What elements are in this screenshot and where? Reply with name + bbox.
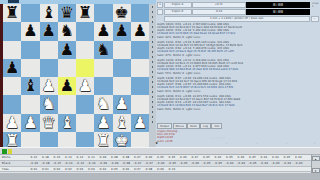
square-h6[interactable] — [131, 41, 149, 59]
table-cell: -0.09 — [109, 161, 121, 166]
table-cell: 0:01 — [40, 167, 52, 172]
table-cell: 0.07 — [132, 155, 144, 160]
square-b8[interactable] — [21, 4, 39, 22]
square-g2[interactable]: ♝ — [113, 114, 131, 132]
square-b6[interactable] — [21, 41, 39, 59]
black-pawn-c7[interactable]: ♟ — [41, 22, 55, 40]
table-cell: 0:02 — [51, 167, 63, 172]
table-cell: 0:03 — [74, 167, 86, 172]
analysis-line: hash: 64% tbhits: 0 egtb: none — [157, 108, 317, 111]
square-h5[interactable] — [131, 59, 149, 77]
table-cell: 0:03 — [86, 167, 98, 172]
square-g7[interactable]: ♟ — [113, 22, 131, 40]
white-queen-c2[interactable]: ♛ — [41, 114, 55, 132]
table-cell: 0:10 — [166, 167, 178, 172]
black-knight-d7[interactable]: ♞ — [60, 22, 74, 40]
square-g3[interactable]: ♟ — [113, 95, 131, 113]
black-pawn-d4[interactable]: ♟ — [60, 77, 74, 95]
square-g6[interactable] — [113, 41, 131, 59]
white-pawn-e4[interactable]: ♟ — [78, 77, 92, 95]
square-e4[interactable]: ♟ — [76, 77, 94, 95]
table-cell: -0.05 — [178, 161, 190, 166]
black-pawn-f7[interactable]: ♟ — [96, 22, 110, 40]
table-cell: -0.18 — [40, 161, 52, 166]
table-cell: -0.04 — [235, 161, 247, 166]
tab-output[interactable]: Output — [157, 123, 172, 129]
square-f7[interactable]: ♟ — [94, 22, 112, 40]
table-cell: 0.08 — [109, 155, 121, 160]
table-cell: 0.05 — [155, 155, 167, 160]
pointer-triangle-icon: ▸ — [156, 141, 158, 145]
status-bar: ▮▮ 0:00game 3 of 10024. ... e5xd4 +0.05/… — [0, 147, 320, 155]
table-cell: 0:06 — [120, 167, 132, 172]
bottom-strip — [0, 173, 320, 180]
status-green-icon — [2, 149, 7, 154]
square-f2[interactable]: ♟ — [94, 114, 112, 132]
square-b4[interactable]: ♝ — [21, 77, 39, 95]
engine-panel: x Engine A Engine B +0.21 -0.18 0:00 0:0… — [156, 0, 320, 147]
table-cell: 0:08 — [143, 167, 155, 172]
engine2-name: Engine B — [164, 9, 192, 16]
square-f4[interactable] — [94, 77, 112, 95]
square-f6[interactable]: ♞ — [94, 41, 112, 59]
row-label: Time — [0, 167, 28, 172]
engine2-eval: -0.18 — [192, 9, 246, 16]
table-cell: 0.08 — [120, 155, 132, 160]
engine1-name: Engine A — [164, 2, 192, 9]
table-cell — [189, 167, 201, 172]
square-e7[interactable] — [76, 22, 94, 40]
table-cell: -0.20 — [28, 161, 40, 166]
engine-output-log[interactable]: depth 10/29 0:01 +0.21 4.567.890 nodes 8… — [157, 23, 317, 123]
table-cell: 0:09 — [155, 167, 167, 172]
square-e3[interactable] — [76, 95, 94, 113]
table-cell: 0.05 — [166, 155, 178, 160]
table-cell: -0.04 — [281, 161, 293, 166]
square-a3[interactable] — [3, 95, 21, 113]
white-pawn-a2[interactable]: ♟ — [5, 114, 19, 132]
square-b3[interactable] — [21, 95, 39, 113]
chessgui-screen: ♜♝♛♜♚♟♟♞♟♟♟♟♞♟♝♟♟♟♞♞♟♟♟♛♝♟♝♟♜♜♚ x Engine… — [0, 0, 320, 180]
table-cell — [281, 167, 293, 172]
table-cell: -0.10 — [86, 161, 98, 166]
square-d2[interactable]: ♝ — [58, 114, 76, 132]
black-clock: 0:00 — [246, 9, 310, 16]
table-cell: 0.04 — [270, 155, 282, 160]
square-e8[interactable]: ♜ — [76, 4, 94, 22]
black-pawn-h7[interactable]: ♟ — [133, 22, 147, 40]
table-cell — [224, 167, 236, 172]
white-pawn-b2[interactable]: ♟ — [23, 114, 37, 132]
table-cell: 0.06 — [143, 155, 155, 160]
square-c3[interactable]: ♞ — [40, 95, 58, 113]
lower-mark: – — [286, 142, 287, 145]
engine2-checkbox[interactable] — [157, 9, 163, 16]
white-bishop-g2[interactable]: ♝ — [114, 114, 128, 132]
table-cell: 0:07 — [132, 167, 144, 172]
square-h8[interactable] — [131, 4, 149, 22]
square-c5[interactable] — [40, 59, 58, 77]
square-d4[interactable]: ♟ — [58, 77, 76, 95]
square-g4[interactable] — [113, 77, 131, 95]
scroll-down-button[interactable]: ▾ — [312, 168, 320, 173]
white-pawn-c4[interactable]: ♟ — [41, 77, 55, 95]
table-cell: -0.06 — [189, 161, 201, 166]
table-cell — [270, 167, 282, 172]
table-cell: 0.05 — [281, 155, 293, 160]
table-cell: -0.12 — [74, 161, 86, 166]
white-pawn-g3[interactable]: ♟ — [114, 95, 128, 113]
lower-mark: – — [226, 142, 227, 145]
white-clock: 0:00 — [246, 2, 310, 9]
tab-moves[interactable]: Moves — [173, 123, 187, 129]
tab-info[interactable]: Info — [211, 123, 222, 129]
table-cell: 0:05 — [109, 167, 121, 172]
table-cell: 0.04 — [212, 155, 224, 160]
square-a6[interactable] — [3, 41, 21, 59]
table-cell — [247, 167, 259, 172]
scroll-up-button[interactable]: ▴ — [312, 156, 320, 161]
square-f3[interactable]: ♞ — [94, 95, 112, 113]
table-cell: -0.04 — [258, 161, 270, 166]
square-e5[interactable] — [76, 59, 94, 77]
square-c2[interactable]: ♛ — [40, 114, 58, 132]
square-g8[interactable]: ♚ — [113, 4, 131, 22]
table-cell: 0.11 — [86, 155, 98, 160]
table-cell: -0.08 — [120, 161, 132, 166]
info-row-right: — — [311, 16, 319, 22]
board-panel-gutter — [149, 4, 156, 147]
engine-status-lines: engine thinking...time left 0:58depth 14… — [157, 130, 197, 143]
table-cell: 0.18 — [40, 155, 52, 160]
square-a4[interactable] — [3, 77, 21, 95]
table-cell: -0.05 — [247, 161, 259, 166]
row-label: Black — [0, 161, 28, 166]
square-b2[interactable]: ♟ — [21, 114, 39, 132]
status-yellow-icon — [8, 149, 13, 154]
square-f8[interactable] — [94, 4, 112, 22]
table-cell: -0.09 — [97, 161, 109, 166]
table-cell — [201, 167, 213, 172]
white-knight-f3[interactable]: ♞ — [96, 95, 110, 113]
dots-separator: ······ — [211, 136, 226, 140]
table-cell: -0.07 — [132, 161, 144, 166]
table-cell: 0.12 — [74, 155, 86, 160]
table-cell: 0.04 — [293, 155, 305, 160]
square-a7[interactable] — [3, 22, 21, 40]
table-cell: -0.15 — [51, 161, 63, 166]
table-cell — [212, 167, 224, 172]
table-cell: -0.05 — [166, 161, 178, 166]
square-a8[interactable]: ♜ — [3, 4, 21, 22]
table-cell — [293, 167, 305, 172]
table-cell — [178, 167, 190, 172]
table-cell: 0.06 — [235, 155, 247, 160]
table-cell: 0.06 — [178, 155, 190, 160]
table-cell: -0.05 — [201, 161, 213, 166]
table-cell: 0:02 — [63, 167, 75, 172]
black-rook-a8[interactable]: ♜ — [5, 4, 19, 22]
table-cell: -0.03 — [270, 161, 282, 166]
table-cell: -0.07 — [143, 161, 155, 166]
square-c8[interactable]: ♝ — [40, 4, 58, 22]
table-cell: 0.14 — [63, 155, 75, 160]
square-b5[interactable] — [21, 59, 39, 77]
table-cell: -0.05 — [212, 161, 224, 166]
black-rook-e8[interactable]: ♜ — [78, 4, 92, 22]
square-b7[interactable]: ♟ — [21, 22, 39, 40]
black-pawn-g7[interactable]: ♟ — [114, 22, 128, 40]
tab-log[interactable]: Log — [200, 123, 211, 129]
table-cell: 0:01 — [28, 167, 40, 172]
white-pawn-h2[interactable]: ♟ — [133, 114, 147, 132]
white-bishop-d2[interactable]: ♝ — [60, 114, 74, 132]
table-cell: -0.14 — [63, 161, 75, 166]
table-cell: 0.05 — [201, 155, 213, 160]
square-g5[interactable] — [113, 59, 131, 77]
lower-mark: – — [314, 142, 315, 145]
table-cell: -0.06 — [155, 161, 167, 166]
square-c4[interactable]: ♟ — [40, 77, 58, 95]
table-cell — [235, 167, 247, 172]
square-a5[interactable]: ♟ — [3, 59, 21, 77]
black-queen-d8[interactable]: ♛ — [60, 4, 74, 22]
black-pawn-d6[interactable]: ♟ — [60, 41, 74, 59]
square-d6[interactable]: ♟ — [58, 41, 76, 59]
table-cell: -0.03 — [293, 161, 305, 166]
table-cell: 0.07 — [189, 155, 201, 160]
black-bishop-c8[interactable]: ♝ — [41, 4, 55, 22]
gutter-dots — [152, 6, 153, 126]
square-f5[interactable] — [94, 59, 112, 77]
table-cell: 0.16 — [51, 155, 63, 160]
table-cell — [258, 167, 270, 172]
black-bishop-b4[interactable]: ♝ — [23, 77, 37, 95]
table-cell: -0.04 — [224, 161, 236, 166]
table-cell: 0.05 — [224, 155, 236, 160]
engine1-checkbox[interactable]: x — [157, 2, 163, 9]
square-d3[interactable] — [58, 95, 76, 113]
black-king-g8[interactable]: ♚ — [114, 4, 128, 22]
table-row: Time0:010:010:020:020:030:030:040:050:06… — [0, 167, 311, 173]
table-cell: 0.04 — [258, 155, 270, 160]
square-a2[interactable]: ♟ — [3, 114, 21, 132]
square-h7[interactable]: ♟ — [131, 22, 149, 40]
black-pawn-b7[interactable]: ♟ — [23, 22, 37, 40]
moves-eval-table[interactable]: White0.210.180.160.140.120.110.090.080.0… — [0, 155, 311, 173]
row-label: White — [0, 155, 28, 160]
table-cell: 0.09 — [97, 155, 109, 160]
white-knight-c3[interactable]: ♞ — [41, 95, 55, 113]
table-cell: 0.05 — [247, 155, 259, 160]
square-c7[interactable]: ♟ — [40, 22, 58, 40]
square-h2[interactable]: ♟ — [131, 114, 149, 132]
table-cell: 0.21 — [28, 155, 40, 160]
square-e6[interactable] — [76, 41, 94, 59]
black-knight-f6[interactable]: ♞ — [96, 41, 110, 59]
square-d7[interactable]: ♞ — [58, 22, 76, 40]
square-d8[interactable]: ♛ — [58, 4, 76, 22]
square-h3[interactable] — [131, 95, 149, 113]
engine-panel-tabs: OutputMovesBookLogInfo — [157, 123, 223, 129]
lower-mark: – — [256, 142, 257, 145]
engine1-eval: +0.21 — [192, 2, 246, 9]
tab-book[interactable]: Book — [187, 123, 199, 129]
square-e2[interactable] — [76, 114, 94, 132]
square-c6[interactable] — [40, 41, 58, 59]
square-d5[interactable] — [58, 59, 76, 77]
table-cell: 0:04 — [97, 167, 109, 172]
white-pawn-f2[interactable]: ♟ — [96, 114, 110, 132]
cores-note: cores 1 — [312, 2, 320, 8]
black-pawn-a5[interactable]: ♟ — [5, 59, 19, 77]
time-control-info: 1 min + 1 s blitz • ponder off • book ow… — [164, 16, 311, 22]
square-h4[interactable] — [131, 77, 149, 95]
chess-board[interactable]: ♜♝♛♜♚♟♟♞♟♟♟♟♞♟♝♟♟♟♞♞♟♟♟♛♝♟♝♟♜♜♚ — [3, 4, 150, 150]
engine-status-line: score +0.05 — [157, 140, 197, 143]
